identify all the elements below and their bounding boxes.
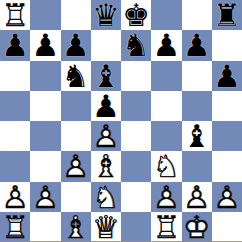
square-g3[interactable]: [182, 151, 212, 181]
square-g6[interactable]: [182, 61, 212, 91]
piece-black-pawn: ♟: [0, 30, 30, 60]
piece-white-king: ♚♔: [182, 212, 212, 242]
square-g7[interactable]: ♟: [182, 30, 212, 60]
square-a8[interactable]: ♜♖: [0, 0, 30, 30]
square-b4[interactable]: [30, 121, 60, 151]
square-c3[interactable]: ♟♙: [61, 151, 91, 181]
square-c4[interactable]: [61, 121, 91, 151]
square-a2[interactable]: ♟♙: [0, 182, 30, 212]
square-e8[interactable]: ♚: [121, 0, 151, 30]
square-b7[interactable]: ♟: [30, 30, 60, 60]
square-h3[interactable]: [212, 151, 242, 181]
piece-black-pawn: ♟: [182, 30, 212, 60]
square-d5[interactable]: ♟: [91, 91, 121, 121]
square-a4[interactable]: [0, 121, 30, 151]
square-g1[interactable]: ♚♔: [182, 212, 212, 242]
square-f7[interactable]: ♟: [151, 30, 181, 60]
piece-black-king: ♚: [121, 0, 151, 30]
square-f4[interactable]: [151, 121, 181, 151]
square-a3[interactable]: [0, 151, 30, 181]
square-d1[interactable]: ♛♕: [91, 212, 121, 242]
piece-white-pawn: ♟♙: [182, 182, 212, 212]
square-h2[interactable]: ♟♙: [212, 182, 242, 212]
square-a6[interactable]: [0, 61, 30, 91]
square-e4[interactable]: [121, 121, 151, 151]
piece-black-pawn: ♟: [91, 91, 121, 121]
piece-white-rook: ♜♖: [0, 0, 30, 30]
square-b1[interactable]: [30, 212, 60, 242]
square-h5[interactable]: [212, 91, 242, 121]
square-c6[interactable]: ♞: [61, 61, 91, 91]
square-b6[interactable]: [30, 61, 60, 91]
square-f3[interactable]: ♞♘: [151, 151, 181, 181]
piece-white-knight: ♞♘: [91, 182, 121, 212]
square-b3[interactable]: [30, 151, 60, 181]
square-h6[interactable]: ♟: [212, 61, 242, 91]
square-c1[interactable]: ♝♗: [61, 212, 91, 242]
piece-black-rook: ♜: [212, 0, 242, 30]
piece-black-queen: ♛: [91, 0, 121, 30]
piece-white-queen: ♛♕: [91, 212, 121, 242]
chess-board: ♜♖♛♚♜♟♟♟♞♟♟♞♝♟♟♟♙♝♟♙♝♗♞♘♟♙♟♙♞♘♟♙♟♙♟♙♜♖♝♗…: [0, 0, 242, 242]
square-a7[interactable]: ♟: [0, 30, 30, 60]
square-h7[interactable]: [212, 30, 242, 60]
piece-black-pawn: ♟: [30, 30, 60, 60]
square-h4[interactable]: [212, 121, 242, 151]
square-f6[interactable]: [151, 61, 181, 91]
square-g5[interactable]: [182, 91, 212, 121]
piece-white-pawn: ♟♙: [0, 182, 30, 212]
square-e3[interactable]: [121, 151, 151, 181]
piece-white-rook: ♜♖: [0, 212, 30, 242]
piece-white-rook: ♜♖: [151, 212, 181, 242]
square-g4[interactable]: ♝: [182, 121, 212, 151]
piece-black-knight: ♞: [121, 30, 151, 60]
square-d8[interactable]: ♛: [91, 0, 121, 30]
square-f2[interactable]: ♟♙: [151, 182, 181, 212]
chess-board-screenshot: ♜♖♛♚♜♟♟♟♞♟♟♞♝♟♟♟♙♝♟♙♝♗♞♘♟♙♟♙♞♘♟♙♟♙♟♙♜♖♝♗…: [0, 0, 242, 242]
square-e5[interactable]: [121, 91, 151, 121]
square-a5[interactable]: [0, 91, 30, 121]
square-c8[interactable]: [61, 0, 91, 30]
square-b8[interactable]: [30, 0, 60, 30]
square-e2[interactable]: [121, 182, 151, 212]
square-d6[interactable]: ♝: [91, 61, 121, 91]
square-f5[interactable]: [151, 91, 181, 121]
square-h8[interactable]: ♜: [212, 0, 242, 30]
square-c2[interactable]: [61, 182, 91, 212]
square-a1[interactable]: ♜♖: [0, 212, 30, 242]
piece-white-pawn: ♟♙: [30, 182, 60, 212]
square-d2[interactable]: ♞♘: [91, 182, 121, 212]
square-d4[interactable]: ♟♙: [91, 121, 121, 151]
square-d7[interactable]: [91, 30, 121, 60]
piece-black-bishop: ♝: [91, 61, 121, 91]
piece-white-bishop: ♝♗: [91, 151, 121, 181]
piece-black-pawn: ♟: [151, 30, 181, 60]
square-g8[interactable]: [182, 0, 212, 30]
piece-black-bishop: ♝: [182, 121, 212, 151]
piece-black-pawn: ♟: [61, 30, 91, 60]
square-c7[interactable]: ♟: [61, 30, 91, 60]
square-e1[interactable]: [121, 212, 151, 242]
piece-black-knight: ♞: [61, 61, 91, 91]
piece-white-pawn: ♟♙: [91, 121, 121, 151]
square-e6[interactable]: [121, 61, 151, 91]
square-e7[interactable]: ♞: [121, 30, 151, 60]
square-h1[interactable]: [212, 212, 242, 242]
square-f8[interactable]: [151, 0, 181, 30]
piece-white-bishop: ♝♗: [61, 212, 91, 242]
square-g2[interactable]: ♟♙: [182, 182, 212, 212]
square-c5[interactable]: [61, 91, 91, 121]
piece-white-knight: ♞♘: [151, 151, 181, 181]
piece-white-pawn: ♟♙: [151, 182, 181, 212]
square-b5[interactable]: [30, 91, 60, 121]
piece-black-pawn: ♟: [212, 61, 242, 91]
square-f1[interactable]: ♜♖: [151, 212, 181, 242]
square-b2[interactable]: ♟♙: [30, 182, 60, 212]
piece-white-pawn: ♟♙: [61, 151, 91, 181]
square-d3[interactable]: ♝♗: [91, 151, 121, 181]
piece-white-pawn: ♟♙: [212, 182, 242, 212]
